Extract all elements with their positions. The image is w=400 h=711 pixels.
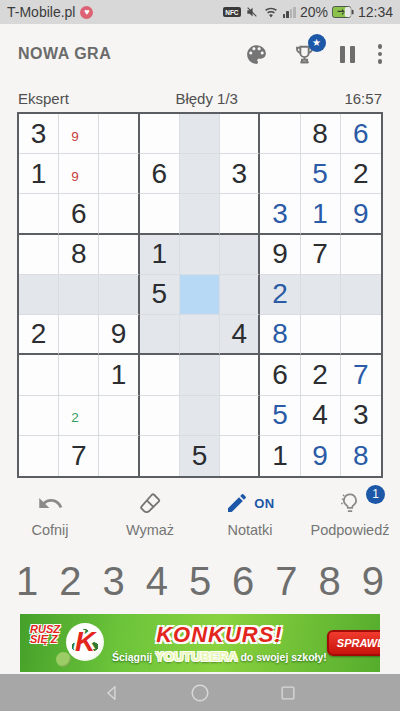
numpad-4[interactable]: 4 [146,561,168,601]
cell-r1c3[interactable] [99,114,139,154]
back-icon[interactable] [100,681,124,705]
timer-label: 16:57 [344,90,382,107]
ad-headline: KONKURS! [156,622,283,648]
pause-icon[interactable] [340,46,355,63]
cell-r8c6[interactable] [220,396,260,436]
given-digit: 7 [71,440,87,472]
cell-r8c4[interactable] [140,396,180,436]
cell-r4c2[interactable]: 8 [59,235,99,275]
cell-r3c1[interactable] [19,194,59,234]
cell-r5c8[interactable] [301,275,341,315]
given-digit: 5 [192,440,208,472]
cell-r3c3[interactable] [99,194,139,234]
cell-r1c1[interactable]: 3 [19,114,59,154]
undo-button[interactable]: Cofnij [0,489,100,552]
difficulty-label: Ekspert [18,90,69,107]
ad-cta-button[interactable]: SPRAWDŹ [327,630,380,656]
cell-r6c7[interactable]: 8 [260,315,300,355]
given-digit: 1 [272,440,288,472]
trophy-icon[interactable]: ★ [292,42,317,67]
cell-r3c6[interactable] [220,194,260,234]
numpad-3[interactable]: 3 [102,561,124,601]
cell-r2c4[interactable]: 6 [140,154,180,194]
cell-r5c9[interactable] [341,275,381,315]
hint-label: Podpowiedź [311,522,390,538]
eraser-icon [137,490,163,516]
cell-r1c7[interactable] [260,114,300,154]
cell-r8c5[interactable] [180,396,220,436]
cell-r9c1[interactable] [19,436,59,476]
cell-r9c5[interactable]: 5 [180,436,220,476]
given-digit: 1 [31,158,47,190]
recents-icon[interactable] [276,681,300,705]
cell-r9c3[interactable] [99,436,139,476]
given-digit: 3 [231,158,247,190]
cell-r7c9[interactable]: 7 [341,355,381,395]
user-digit: 8 [353,440,369,472]
numpad-1[interactable]: 1 [16,561,38,601]
notes-label: Notatki [227,522,272,538]
cell-r6c8[interactable] [301,315,341,355]
given-digit: 3 [353,399,369,431]
cell-r2c1[interactable]: 1 [19,154,59,194]
given-digit: 8 [71,238,87,270]
heart-badge-icon: ♥ [80,6,93,19]
notes-button[interactable]: ON Notatki [200,489,300,552]
given-digit: 4 [231,318,247,350]
notes-on-badge: ON [254,496,275,511]
cell-r4c5[interactable] [180,235,220,275]
hint-button[interactable]: 1 Podpowiedź [300,489,400,552]
soccer-ball-icon: K [66,623,104,661]
erase-button[interactable]: Wymaż [100,489,200,552]
cell-r4c8[interactable]: 7 [301,235,341,275]
numpad-6[interactable]: 6 [232,561,254,601]
app-bar: NOWA GRA ★ [0,24,400,84]
cell-r6c3[interactable]: 9 [99,315,139,355]
home-icon[interactable] [188,681,212,705]
erase-label: Wymaż [126,522,174,538]
given-digit: 6 [71,198,87,230]
cell-r6c9[interactable] [341,315,381,355]
cell-r3c5[interactable] [180,194,220,234]
cell-r7c5[interactable] [180,355,220,395]
ad-banner[interactable]: RUSZ SIĘ Z K KONKURS! Ściągnij YOUTUBERA… [20,614,380,672]
toolbar: Cofnij Wymaż ON Notatki 1 Podpow [0,478,400,552]
cell-r1c5[interactable] [180,114,220,154]
ad-logo-letter: K [75,626,95,658]
battery-percent: 20% [300,4,328,20]
cell-r8c1[interactable] [19,396,59,436]
cell-r3c8[interactable]: 1 [301,194,341,234]
undo-icon [37,490,64,517]
given-digit: 6 [151,158,167,190]
mute-icon [245,5,259,19]
cell-r5c6[interactable] [220,275,260,315]
cell-r8c7[interactable]: 5 [260,396,300,436]
android-nav-bar [0,674,400,711]
cell-r2c5[interactable] [180,154,220,194]
cell-r3c9[interactable]: 9 [341,194,381,234]
numpad-7[interactable]: 7 [275,561,297,601]
user-digit: 1 [312,198,328,230]
cell-r5c5[interactable] [180,275,220,315]
cell-r1c8[interactable]: 8 [301,114,341,154]
cell-r5c1[interactable] [19,275,59,315]
cell-r4c3[interactable] [99,235,139,275]
info-bar: Ekspert Błędy 1/3 16:57 [0,84,400,112]
numpad-8[interactable]: 8 [319,561,341,601]
cell-r4c4[interactable]: 1 [140,235,180,275]
nfc-icon: NFC [223,7,240,17]
note-digit: 2 [71,410,79,425]
cell-r2c9[interactable]: 2 [341,154,381,194]
cell-r3c2[interactable]: 6 [59,194,99,234]
sudoku-board: 3986196352631981975229481627254375198 [17,112,383,478]
user-digit: 9 [312,440,328,472]
cell-r7c1[interactable] [19,355,59,395]
cell-r2c6[interactable]: 3 [220,154,260,194]
given-digit: 7 [312,238,328,270]
cell-r3c4[interactable] [140,194,180,234]
carrier-label: T-Mobile.pl [7,4,75,20]
numpad-5[interactable]: 5 [189,561,211,601]
wifi-icon [263,6,279,19]
trophy-star-badge: ★ [308,34,326,52]
palette-icon[interactable] [244,42,269,67]
cell-r8c3[interactable] [99,396,139,436]
status-bar: T-Mobile.pl ♥ NFC 20% 12:34 [0,0,400,24]
mini-ball-icon [56,652,71,667]
cell-r6c1[interactable]: 2 [19,315,59,355]
given-digit: 6 [272,359,288,391]
numpad-9[interactable]: 9 [362,561,384,601]
cell-r9c9[interactable]: 8 [341,436,381,476]
ad-logo-line2: SIĘ Z [30,634,60,644]
cell-r4c1[interactable] [19,235,59,275]
given-digit: 4 [312,399,328,431]
number-pad: 123456789 [0,552,400,610]
cell-r2c8[interactable]: 5 [301,154,341,194]
cell-r9c7[interactable]: 1 [260,436,300,476]
cell-r8c9[interactable]: 3 [341,396,381,436]
cell-r2c3[interactable] [99,154,139,194]
ad-subline: Ściągnij YOUTUBERA do swojej szkoły! [112,649,327,664]
cell-r1c2[interactable]: 9 [59,114,99,154]
cell-r7c6[interactable] [220,355,260,395]
cell-r6c5[interactable] [180,315,220,355]
given-digit: 2 [312,359,328,391]
user-digit: 3 [272,198,288,230]
pencil-icon [225,491,249,515]
given-digit: 3 [31,118,47,150]
cell-r1c6[interactable] [220,114,260,154]
ad-logo: RUSZ SIĘ Z K [20,614,112,672]
user-digit: 9 [353,198,369,230]
given-digit: 5 [151,278,167,310]
undo-label: Cofnij [31,522,68,538]
user-digit: 7 [353,359,369,391]
given-digit: 1 [111,359,127,391]
cell-r9c2[interactable]: 7 [59,436,99,476]
cell-r3c7[interactable]: 3 [260,194,300,234]
cell-r5c2[interactable] [59,275,99,315]
user-digit: 2 [272,278,288,310]
cell-r8c8[interactable]: 4 [301,396,341,436]
cell-r1c9[interactable]: 6 [341,114,381,154]
errors-label: Błędy 1/3 [175,90,238,107]
lightbulb-icon [337,490,363,516]
cell-r9c4[interactable] [140,436,180,476]
cell-r6c2[interactable] [59,315,99,355]
cell-r5c3[interactable] [99,275,139,315]
cell-r6c6[interactable]: 4 [220,315,260,355]
given-digit: 9 [272,238,288,270]
numpad-2[interactable]: 2 [59,561,81,601]
note-digit: 9 [71,128,79,143]
cell-r4c9[interactable] [341,235,381,275]
cell-r7c3[interactable]: 1 [99,355,139,395]
cell-r8c2[interactable]: 2 [59,396,99,436]
cell-r2c2[interactable]: 9 [59,154,99,194]
hint-count-badge: 1 [366,485,385,504]
user-digit: 5 [272,399,288,431]
cell-r4c6[interactable] [220,235,260,275]
signal-icon [283,7,296,18]
cell-r9c6[interactable] [220,436,260,476]
cell-r5c4[interactable]: 5 [140,275,180,315]
given-digit: 9 [111,318,127,350]
given-digit: 2 [31,318,47,350]
user-digit: 5 [312,158,328,190]
battery-charging-icon [332,6,354,18]
cell-r7c8[interactable]: 2 [301,355,341,395]
cell-r1c4[interactable] [140,114,180,154]
cell-r2c7[interactable] [260,154,300,194]
cell-r9c8[interactable]: 9 [301,436,341,476]
cell-r7c4[interactable] [140,355,180,395]
given-digit: 1 [151,238,167,270]
overflow-menu-icon[interactable] [378,44,383,64]
cell-r7c2[interactable] [59,355,99,395]
user-digit: 6 [353,118,369,150]
cell-r7c7[interactable]: 6 [260,355,300,395]
cell-r4c7[interactable]: 9 [260,235,300,275]
cell-r5c7[interactable]: 2 [260,275,300,315]
page-title: NOWA GRA [18,45,244,63]
clock-label: 12:34 [358,4,393,20]
cell-r6c4[interactable] [140,315,180,355]
given-digit: 8 [312,118,328,150]
user-digit: 8 [272,318,288,350]
note-digit: 9 [71,168,79,183]
given-digit: 2 [353,158,369,190]
